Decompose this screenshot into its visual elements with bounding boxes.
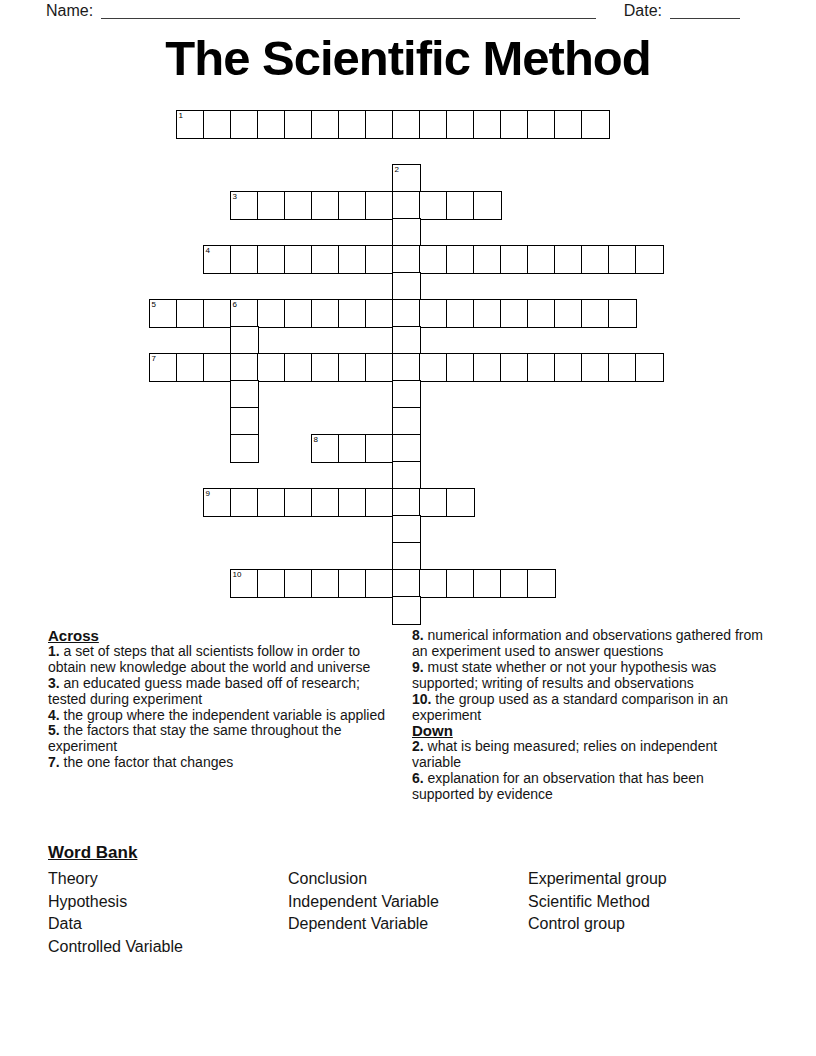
grid-cell[interactable]: [365, 488, 394, 517]
grid-cell[interactable]: [392, 407, 421, 436]
cell-number: 10: [233, 570, 242, 579]
clue-across-9: 9. must state whether or not your hypoth…: [412, 660, 764, 692]
grid-cell[interactable]: [473, 353, 502, 382]
grid-cell[interactable]: [338, 434, 367, 463]
grid-cell[interactable]: 6: [230, 299, 259, 328]
clue-across-4: 4. the group where the independent varia…: [48, 708, 386, 724]
clue-text: the group used as a standard comparison …: [412, 691, 728, 723]
grid-cell[interactable]: [230, 245, 259, 274]
grid-cell[interactable]: [284, 299, 313, 328]
grid-cell[interactable]: [554, 353, 583, 382]
grid-cell[interactable]: [338, 569, 367, 598]
clue-down-2: 2. what is being measured; relies on ind…: [412, 739, 764, 771]
grid-cell[interactable]: 7: [149, 353, 178, 382]
across-heading: Across: [48, 628, 386, 644]
grid-cell[interactable]: [365, 245, 394, 274]
grid-cell[interactable]: [446, 569, 475, 598]
clue-number: 4.: [48, 707, 60, 723]
grid-cell[interactable]: [257, 488, 286, 517]
word-bank-section: Word Bank Theory Hypothesis Data Control…: [48, 843, 788, 958]
grid-cell[interactable]: [338, 488, 367, 517]
grid-cell[interactable]: [500, 299, 529, 328]
clue-across-8: 8. numerical information and observation…: [412, 628, 764, 660]
grid-cell[interactable]: [446, 353, 475, 382]
grid-cell[interactable]: [392, 245, 421, 274]
grid-cell[interactable]: [365, 299, 394, 328]
grid-cell[interactable]: 2: [392, 164, 421, 193]
grid-cell[interactable]: [446, 110, 475, 139]
grid-cell[interactable]: [446, 299, 475, 328]
clue-number: 10.: [412, 691, 431, 707]
grid-cell[interactable]: [581, 245, 610, 274]
grid-cell[interactable]: [419, 191, 448, 220]
grid-cell[interactable]: [392, 488, 421, 517]
grid-cell[interactable]: [338, 110, 367, 139]
grid-cell[interactable]: [230, 488, 259, 517]
cell-number: 4: [206, 246, 210, 255]
grid-cell[interactable]: [635, 353, 664, 382]
grid-cell[interactable]: [365, 569, 394, 598]
grid-cell[interactable]: 9: [203, 488, 232, 517]
grid-cell[interactable]: [338, 299, 367, 328]
cell-number: 2: [395, 165, 399, 174]
grid-cell[interactable]: [527, 569, 556, 598]
grid-cell[interactable]: [392, 353, 421, 382]
grid-cell[interactable]: [257, 191, 286, 220]
grid-cell[interactable]: [554, 245, 583, 274]
grid-cell[interactable]: [230, 380, 259, 409]
grid-cell[interactable]: [257, 569, 286, 598]
grid-cell[interactable]: [554, 110, 583, 139]
clue-text: a set of steps that all scientists follo…: [48, 643, 370, 675]
name-label: Name:: [46, 2, 93, 20]
word-bank-column-1: Theory Hypothesis Data Controlled Variab…: [48, 868, 288, 958]
grid-cell[interactable]: [581, 299, 610, 328]
grid-cell[interactable]: [257, 353, 286, 382]
grid-cell[interactable]: [257, 110, 286, 139]
word-bank-word: Independent Variable: [288, 891, 528, 914]
word-bank-word: Controlled Variable: [48, 936, 288, 959]
grid-cell[interactable]: [392, 110, 421, 139]
grid-cell[interactable]: [419, 245, 448, 274]
grid-cell[interactable]: [581, 110, 610, 139]
grid-cell[interactable]: [392, 299, 421, 328]
grid-cell[interactable]: [203, 110, 232, 139]
grid-cell[interactable]: 4: [203, 245, 232, 274]
word-bank-word: Conclusion: [288, 868, 528, 891]
grid-cell[interactable]: [419, 110, 448, 139]
clue-across-7: 7. the one factor that changes: [48, 755, 386, 771]
grid-cell[interactable]: [446, 488, 475, 517]
down-clues-section: 8. numerical information and observation…: [412, 628, 764, 803]
grid-cell[interactable]: [284, 110, 313, 139]
grid-cell[interactable]: [230, 407, 259, 436]
cell-number: 1: [179, 111, 183, 120]
clue-text: what is being measured; relies on indepe…: [412, 738, 717, 770]
grid-cell[interactable]: [311, 191, 340, 220]
clue-text: must state whether or not your hypothesi…: [412, 659, 716, 691]
grid-cell[interactable]: [257, 299, 286, 328]
grid-cell[interactable]: [473, 110, 502, 139]
cell-number: 7: [152, 354, 156, 363]
grid-cell[interactable]: [257, 245, 286, 274]
grid-cell[interactable]: 1: [176, 110, 205, 139]
cell-number: 6: [233, 300, 237, 309]
grid-cell[interactable]: [500, 569, 529, 598]
grid-cell[interactable]: [203, 353, 232, 382]
grid-cell[interactable]: [284, 245, 313, 274]
grid-cell[interactable]: [608, 245, 637, 274]
clue-text: the one factor that changes: [64, 754, 234, 770]
clue-across-5: 5. the factors that stay the same throug…: [48, 723, 386, 755]
grid-cell[interactable]: [311, 488, 340, 517]
grid-cell[interactable]: [419, 299, 448, 328]
clue-text: an educated guess made based off of rese…: [48, 675, 360, 707]
date-blank-line: [670, 4, 740, 19]
grid-cell[interactable]: [419, 488, 448, 517]
grid-cell[interactable]: [365, 434, 394, 463]
grid-cell[interactable]: [419, 353, 448, 382]
name-blank-line: [101, 4, 596, 19]
grid-cell[interactable]: [338, 353, 367, 382]
grid-cell[interactable]: 10: [230, 569, 259, 598]
word-bank-column-3: Experimental group Scientific Method Con…: [528, 868, 768, 958]
grid-cell[interactable]: [392, 515, 421, 544]
grid-cell[interactable]: [311, 245, 340, 274]
clue-number: 1.: [48, 643, 60, 659]
clue-text: explanation for an observation that has …: [412, 770, 704, 802]
grid-cell[interactable]: [392, 272, 421, 301]
grid-cell[interactable]: [284, 191, 313, 220]
grid-cell[interactable]: [176, 353, 205, 382]
cell-number: 8: [314, 435, 318, 444]
grid-cell[interactable]: [365, 191, 394, 220]
clue-text: numerical information and observations g…: [412, 627, 763, 659]
clue-number: 7.: [48, 754, 60, 770]
grid-cell[interactable]: [365, 353, 394, 382]
grid-cell[interactable]: [284, 569, 313, 598]
grid-cell[interactable]: [311, 569, 340, 598]
grid-cell[interactable]: [230, 326, 259, 355]
clue-across-10: 10. the group used as a standard compari…: [412, 692, 764, 724]
grid-cell[interactable]: 5: [149, 299, 178, 328]
grid-cell[interactable]: [635, 245, 664, 274]
clue-number: 8.: [412, 627, 424, 643]
grid-cell[interactable]: [527, 110, 556, 139]
grid-cell[interactable]: [500, 245, 529, 274]
clue-number: 9.: [412, 659, 424, 675]
grid-cell[interactable]: [527, 299, 556, 328]
grid-cell[interactable]: [392, 596, 421, 625]
grid-cell[interactable]: [446, 245, 475, 274]
grid-cell[interactable]: [230, 434, 259, 463]
grid-cell[interactable]: [419, 569, 448, 598]
clue-number: 3.: [48, 675, 60, 691]
word-bank-word: Theory: [48, 868, 288, 891]
clue-down-6: 6. explanation for an observation that h…: [412, 771, 764, 803]
word-bank-word: Scientific Method: [528, 891, 768, 914]
grid-cell[interactable]: [473, 299, 502, 328]
grid-cell[interactable]: [392, 191, 421, 220]
grid-cell[interactable]: 8: [311, 434, 340, 463]
grid-cell[interactable]: [392, 218, 421, 247]
grid-cell[interactable]: [527, 353, 556, 382]
word-bank-word: Hypothesis: [48, 891, 288, 914]
word-bank-word: Experimental group: [528, 868, 768, 891]
grid-cell[interactable]: [554, 299, 583, 328]
grid-cell[interactable]: [311, 110, 340, 139]
grid-cell[interactable]: [311, 299, 340, 328]
cell-number: 9: [206, 489, 210, 498]
grid-cell[interactable]: [230, 353, 259, 382]
grid-cell[interactable]: [338, 245, 367, 274]
across-clues-section: Across 1. a set of steps that all scient…: [48, 628, 386, 771]
grid-cell[interactable]: [392, 434, 421, 463]
down-heading: Down: [412, 723, 764, 739]
grid-cell[interactable]: [581, 353, 610, 382]
grid-cell[interactable]: [203, 299, 232, 328]
clue-text: the group where the independent variable…: [64, 707, 385, 723]
grid-cell[interactable]: [392, 461, 421, 490]
crossword-grid: 12345678910: [149, 110, 665, 626]
grid-cell[interactable]: [527, 245, 556, 274]
clue-across-1: 1. a set of steps that all scientists fo…: [48, 644, 386, 676]
grid-cell[interactable]: [473, 245, 502, 274]
grid-cell[interactable]: [284, 353, 313, 382]
grid-cell[interactable]: [392, 326, 421, 355]
page-title: The Scientific Method: [0, 30, 816, 86]
word-bank-word: Data: [48, 913, 288, 936]
grid-cell[interactable]: [392, 542, 421, 571]
grid-cell[interactable]: 3: [230, 191, 259, 220]
word-bank-columns: Theory Hypothesis Data Controlled Variab…: [48, 868, 788, 958]
clue-text: the factors that stay the same throughou…: [48, 722, 341, 754]
date-label: Date:: [624, 2, 662, 20]
grid-cell[interactable]: [500, 110, 529, 139]
worksheet-header: Name: Date:: [46, 2, 740, 20]
grid-cell[interactable]: [365, 110, 394, 139]
grid-cell[interactable]: [473, 191, 502, 220]
clue-across-3: 3. an educated guess made based off of r…: [48, 676, 386, 708]
grid-cell[interactable]: [608, 299, 637, 328]
grid-cell[interactable]: [311, 353, 340, 382]
clue-number: 2.: [412, 738, 424, 754]
cell-number: 3: [233, 192, 237, 201]
clue-number: 6.: [412, 770, 424, 786]
grid-cell[interactable]: [338, 191, 367, 220]
grid-cell[interactable]: [473, 569, 502, 598]
clue-number: 5.: [48, 722, 60, 738]
word-bank-column-2: Conclusion Independent Variable Dependen…: [288, 868, 528, 958]
cell-number: 5: [152, 300, 156, 309]
grid-cell[interactable]: [500, 353, 529, 382]
grid-cell[interactable]: [608, 353, 637, 382]
grid-cell[interactable]: [392, 380, 421, 409]
word-bank-word: Control group: [528, 913, 768, 936]
grid-cell[interactable]: [284, 488, 313, 517]
grid-cell[interactable]: [176, 299, 205, 328]
grid-cell[interactable]: [230, 110, 259, 139]
word-bank-word: Dependent Variable: [288, 913, 528, 936]
grid-cell[interactable]: [392, 569, 421, 598]
grid-cell[interactable]: [446, 191, 475, 220]
word-bank-title: Word Bank: [48, 843, 788, 863]
